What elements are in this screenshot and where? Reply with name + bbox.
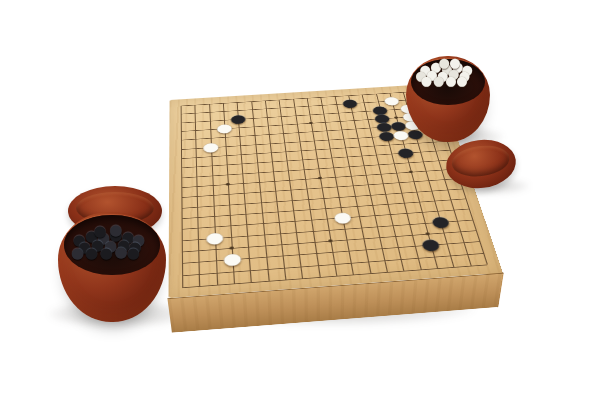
white-stone-mound: ●●●●●●●●●●●●●●●● [414,60,482,101]
grid-line-vertical [195,105,201,286]
white-bowl-stone: ● [421,74,432,87]
black-bowl-stone: ● [127,246,140,261]
white-bowl-opening: ●●●●●●●●●●●●●●●● [411,59,485,105]
star-point [226,183,230,186]
stone-black[interactable]: ● [341,97,359,109]
star-point [425,232,430,235]
grid-line-vertical [307,98,338,276]
star-point [318,177,322,180]
stone-white[interactable]: ● [205,229,224,245]
black-bowl-opening: ●●●●●●●●●●●●●●●●●● [64,215,159,274]
grid-line-vertical [237,102,252,282]
grid-line-horizontal [182,253,483,276]
grid-line-horizontal [182,241,480,264]
grid-line-vertical [279,100,304,279]
go-board-photo: ●●●●●●●●●●●●●●●●●●●●● ●●●●●●●●●●●●●●●●●●… [0,0,600,400]
stone-black[interactable]: ● [396,146,416,159]
stone-white[interactable]: ● [216,122,233,134]
black-bowl-stone: ● [94,224,107,239]
grid-line-vertical [321,97,355,274]
grid-line-horizontal [182,230,476,252]
black-bowl-stone: ● [115,245,128,260]
grid-line-vertical [334,96,371,273]
white-bowl-stone: ● [433,74,444,87]
stone-black[interactable]: ● [419,236,442,252]
grid-line-horizontal [181,188,462,208]
black-bowl-stone: ● [85,246,98,261]
black-bowl-stone: ● [109,223,122,238]
star-point [328,239,333,242]
stone-white[interactable]: ● [391,128,411,141]
stone-white[interactable]: ● [222,251,242,268]
star-point [409,170,414,173]
white-bowl-stone: ● [456,74,467,87]
white-bowl-stone: ● [449,56,460,69]
grid-line-vertical [251,101,269,281]
black-bowl-stone: ● [100,246,113,261]
stone-black[interactable]: ● [429,214,451,229]
black-stone-mound: ●●●●●●●●●●●●●●●●●● [68,218,155,270]
star-point [230,246,235,249]
stone-white[interactable]: ● [202,140,219,153]
stone-white[interactable]: ● [332,210,353,225]
black-bowl-stone: ● [71,246,84,261]
grid-line-horizontal [182,199,466,220]
white-bowl-stone: ● [445,74,456,87]
grid-line-horizontal [182,220,473,241]
grid-line-vertical [293,99,321,277]
star-point [309,122,313,124]
grid-line-horizontal [181,179,459,199]
grid-line-horizontal [182,209,469,230]
grid-line-vertical [181,106,184,288]
